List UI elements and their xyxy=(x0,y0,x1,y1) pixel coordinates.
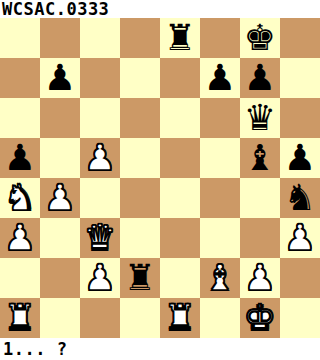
square-f8[interactable] xyxy=(200,18,240,58)
white-pawn[interactable]: ♟ xyxy=(84,258,116,298)
square-b2[interactable] xyxy=(40,258,80,298)
black-pawn[interactable]: ♟ xyxy=(244,58,276,98)
square-d3[interactable] xyxy=(120,218,160,258)
square-c4[interactable] xyxy=(80,178,120,218)
square-g5[interactable]: ♝ xyxy=(240,138,280,178)
square-e8[interactable]: ♜ xyxy=(160,18,200,58)
black-rook[interactable]: ♜ xyxy=(164,18,196,58)
square-d1[interactable] xyxy=(120,298,160,338)
puzzle-title: WCSAC.0333 xyxy=(0,0,320,18)
black-pawn[interactable]: ♟ xyxy=(4,138,36,178)
square-d2[interactable]: ♜ xyxy=(120,258,160,298)
square-d6[interactable] xyxy=(120,98,160,138)
square-d8[interactable] xyxy=(120,18,160,58)
black-pawn[interactable]: ♟ xyxy=(284,138,316,178)
square-e4[interactable] xyxy=(160,178,200,218)
square-h7[interactable] xyxy=(280,58,320,98)
square-a8[interactable] xyxy=(0,18,40,58)
square-c7[interactable] xyxy=(80,58,120,98)
square-a3[interactable]: ♟ xyxy=(0,218,40,258)
black-knight[interactable]: ♞ xyxy=(284,178,316,218)
white-pawn[interactable]: ♟ xyxy=(284,218,316,258)
black-king[interactable]: ♚ xyxy=(244,18,276,58)
black-pawn[interactable]: ♟ xyxy=(204,58,236,98)
white-rook[interactable]: ♜ xyxy=(4,298,36,338)
white-king[interactable]: ♚ xyxy=(244,298,276,338)
square-g8[interactable]: ♚ xyxy=(240,18,280,58)
square-f2[interactable]: ♝ xyxy=(200,258,240,298)
square-g4[interactable] xyxy=(240,178,280,218)
square-c2[interactable]: ♟ xyxy=(80,258,120,298)
square-c5[interactable]: ♟ xyxy=(80,138,120,178)
square-a1[interactable]: ♜ xyxy=(0,298,40,338)
square-e3[interactable] xyxy=(160,218,200,258)
square-b1[interactable] xyxy=(40,298,80,338)
white-pawn[interactable]: ♟ xyxy=(244,258,276,298)
square-b5[interactable] xyxy=(40,138,80,178)
chess-board: ♜♚♟♟♟♛♟♟♝♟♞♟♞♟♛♟♟♜♝♟♜♜♚ xyxy=(0,18,320,338)
white-pawn[interactable]: ♟ xyxy=(44,178,76,218)
square-c3[interactable]: ♛ xyxy=(80,218,120,258)
square-b4[interactable]: ♟ xyxy=(40,178,80,218)
square-f7[interactable]: ♟ xyxy=(200,58,240,98)
square-f6[interactable] xyxy=(200,98,240,138)
square-h6[interactable] xyxy=(280,98,320,138)
black-queen[interactable]: ♛ xyxy=(244,98,276,138)
square-e5[interactable] xyxy=(160,138,200,178)
white-pawn[interactable]: ♟ xyxy=(4,218,36,258)
square-a6[interactable] xyxy=(0,98,40,138)
square-h1[interactable] xyxy=(280,298,320,338)
square-c1[interactable] xyxy=(80,298,120,338)
square-h8[interactable] xyxy=(280,18,320,58)
square-h5[interactable]: ♟ xyxy=(280,138,320,178)
square-a2[interactable] xyxy=(0,258,40,298)
square-d7[interactable] xyxy=(120,58,160,98)
move-prompt: 1... ? xyxy=(0,338,320,360)
square-e2[interactable] xyxy=(160,258,200,298)
square-f3[interactable] xyxy=(200,218,240,258)
square-b6[interactable] xyxy=(40,98,80,138)
square-g3[interactable] xyxy=(240,218,280,258)
square-a4[interactable]: ♞ xyxy=(0,178,40,218)
square-b7[interactable]: ♟ xyxy=(40,58,80,98)
black-pawn[interactable]: ♟ xyxy=(44,58,76,98)
square-e7[interactable] xyxy=(160,58,200,98)
square-f4[interactable] xyxy=(200,178,240,218)
square-b3[interactable] xyxy=(40,218,80,258)
square-d4[interactable] xyxy=(120,178,160,218)
square-f1[interactable] xyxy=(200,298,240,338)
white-bishop[interactable]: ♝ xyxy=(204,258,236,298)
square-g6[interactable]: ♛ xyxy=(240,98,280,138)
square-d5[interactable] xyxy=(120,138,160,178)
square-h4[interactable]: ♞ xyxy=(280,178,320,218)
black-bishop[interactable]: ♝ xyxy=(244,138,276,178)
square-e1[interactable]: ♜ xyxy=(160,298,200,338)
white-knight[interactable]: ♞ xyxy=(4,178,36,218)
white-pawn[interactable]: ♟ xyxy=(84,138,116,178)
square-c8[interactable] xyxy=(80,18,120,58)
black-rook[interactable]: ♜ xyxy=(124,258,156,298)
square-g7[interactable]: ♟ xyxy=(240,58,280,98)
square-b8[interactable] xyxy=(40,18,80,58)
square-f5[interactable] xyxy=(200,138,240,178)
square-h3[interactable]: ♟ xyxy=(280,218,320,258)
square-g2[interactable]: ♟ xyxy=(240,258,280,298)
square-h2[interactable] xyxy=(280,258,320,298)
square-a7[interactable] xyxy=(0,58,40,98)
white-rook[interactable]: ♜ xyxy=(164,298,196,338)
square-e6[interactable] xyxy=(160,98,200,138)
square-g1[interactable]: ♚ xyxy=(240,298,280,338)
square-c6[interactable] xyxy=(80,98,120,138)
square-a5[interactable]: ♟ xyxy=(0,138,40,178)
white-queen[interactable]: ♛ xyxy=(84,218,116,258)
